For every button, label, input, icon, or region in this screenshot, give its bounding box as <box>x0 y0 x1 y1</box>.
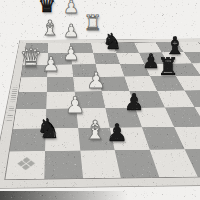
piece-black-knight-d5: ♞ <box>102 31 122 53</box>
square-a1: ❖ <box>5 151 45 179</box>
piece-black-knight-b2: ♞ <box>36 115 60 142</box>
piece-black-pawn-d3: ♟ <box>124 91 145 114</box>
piece-white-pawn-b7: ♟ <box>63 0 79 16</box>
piece-white-queen-a4: ♛ <box>19 45 42 71</box>
table-shadow <box>0 191 128 200</box>
square-b1 <box>44 151 83 179</box>
square-c1 <box>80 150 121 178</box>
piece-white-pawn-c4: ♟ <box>86 70 106 92</box>
piece-white-pawn-b3: ♟ <box>65 94 86 117</box>
chessboard-photo: ❖ ♛♟♜♝♟♞♟♝♟♜♛♟♟♟♟♞♝♟ <box>0 0 200 200</box>
square-a5 <box>19 77 47 92</box>
piece-black-queen-a7: ♛ <box>38 0 56 15</box>
piece-white-rook-c6: ♜ <box>84 13 103 34</box>
piece-black-pawn-d2: ♟ <box>106 121 128 145</box>
piece-white-bishop-c2: ♝ <box>83 117 106 143</box>
square-b5 <box>47 77 75 92</box>
piece-white-pawn-b5: ♟ <box>62 44 79 63</box>
piece-white-bishop-a6: ♝ <box>41 18 60 39</box>
square-a4 <box>16 92 46 109</box>
piece-white-pawn-b6: ♟ <box>63 22 79 40</box>
piece-white-pawn-b4: ♟ <box>42 54 60 74</box>
piece-black-rook-f4: ♜ <box>157 55 179 79</box>
ornament-stamp: ❖ <box>14 155 37 173</box>
